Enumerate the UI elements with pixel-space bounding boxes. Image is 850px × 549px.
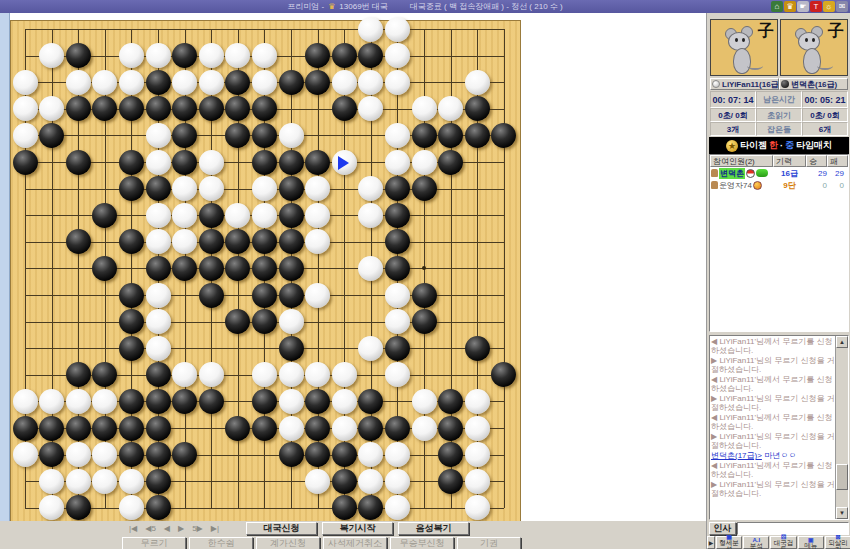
clock-panel: 00: 07: 14 남은시간 00: 05: 21 0초/ 0회 초읽기 0초… (710, 91, 848, 136)
hand-icon[interactable]: ☛ (797, 1, 809, 12)
time-label: 남은시간 (756, 91, 802, 108)
black-stone (412, 309, 437, 334)
white-stone (39, 495, 64, 520)
participant-rank: 16급 (773, 168, 806, 179)
chat-message-undo-reject: ▶ LiYiFan11'님의 무르기 신청을 거절하셨습니다. (711, 394, 835, 412)
participant-list: 참여인원(2) 기력 승 패 변덕촌16급2929운영자749단00 (709, 154, 849, 332)
crown-badge-icon: ♛ (328, 2, 335, 11)
participant-name: 운영자74 (719, 180, 752, 191)
white-stone (465, 495, 490, 520)
white-stone (438, 96, 463, 121)
collapse-handle[interactable]: ▶ (707, 536, 715, 549)
black-stone (279, 336, 304, 361)
white-stone (385, 495, 410, 520)
black-stone (66, 43, 91, 68)
white-stone (385, 362, 410, 387)
chat-message-user: 변덕촌(17급)> 마년ㅇㅇ (711, 451, 835, 460)
white-stone (332, 389, 357, 414)
black-stone (305, 416, 330, 441)
white-stone (92, 442, 117, 467)
black-stone (146, 362, 171, 387)
white-stone (358, 17, 383, 42)
white-stone (358, 469, 383, 494)
white-player-avatar: 子 (710, 19, 778, 76)
black-stone (252, 416, 277, 441)
chat-message-undo-request: ◀ LiYiFan11'님께서 무르기를 신청하셨습니다. (711, 461, 835, 479)
black-stone (252, 309, 277, 334)
black-stone (66, 495, 91, 520)
black-stone (252, 123, 277, 148)
right-panel: 子 子 LiYiFan11(16급) 변덕촌(16급) 00: 07: 14 남… (706, 13, 850, 549)
black-stone (119, 150, 144, 175)
nav-forward5-button[interactable]: 5▶ (191, 524, 204, 533)
mouse-eye-icon (805, 38, 808, 42)
white-stone (13, 70, 38, 95)
white-stone (412, 389, 437, 414)
white-stone (385, 123, 410, 148)
black-stone (225, 309, 250, 334)
chat-input[interactable] (737, 522, 849, 535)
black-stone (199, 256, 224, 281)
chat-scrollbar[interactable]: ▲ ▼ (835, 336, 848, 519)
white-stone (146, 336, 171, 361)
black-byoyomi: 0초/ 0회 (802, 108, 848, 122)
white-stone (199, 43, 224, 68)
black-stone (13, 416, 38, 441)
white-stone (13, 96, 38, 121)
white-stone (92, 389, 117, 414)
participant-name: 변덕촌 (719, 168, 745, 179)
mouse-tail-icon (817, 62, 833, 70)
action-button-음성복기[interactable]: 음성복기 (398, 522, 469, 535)
white-stone (358, 442, 383, 467)
chat-message-undo-reject: ▶ LiYiFan11'님의 무르기 신청을 거절하셨습니다. (711, 480, 835, 498)
white-stone (358, 96, 383, 121)
black-stone (119, 309, 144, 334)
avatar-glyph: 子 (828, 21, 844, 42)
white-stone (412, 96, 437, 121)
nav-back5-button[interactable]: ◀5 (144, 524, 157, 533)
action-button-기권[interactable]: 기권 (457, 537, 521, 549)
left-edge-strip (0, 13, 10, 521)
black-stone (39, 123, 64, 148)
premium-label: 프리미엄 - (287, 1, 324, 12)
black-stone (146, 442, 171, 467)
white-stone (252, 176, 277, 201)
black-stone (199, 203, 224, 228)
black-stone (305, 70, 330, 95)
black-stone (491, 123, 516, 148)
black-stone (279, 229, 304, 254)
toolbar-button-형세분석[interactable]: ▦형세분석 (716, 536, 742, 549)
tygem-t-icon[interactable]: T (810, 1, 822, 12)
white-stone (385, 469, 410, 494)
participant-header: 참여인원(2) 기력 승 패 (710, 155, 848, 167)
black-stone (92, 96, 117, 121)
titlebar-icon-tray: ⌂♛☛T☼✉ (771, 0, 848, 13)
white-stone (199, 176, 224, 201)
participant-row[interactable]: 운영자749단00 (710, 179, 848, 191)
match-banner: ★ 타이젬 한 · 중 타임매치 (709, 137, 849, 154)
white-stone (225, 43, 250, 68)
white-stone (385, 283, 410, 308)
white-stone (385, 442, 410, 467)
white-stone (385, 70, 410, 95)
white-stone (199, 150, 224, 175)
white-stone (358, 336, 383, 361)
black-stone (412, 123, 437, 148)
player-name-bar: LiYiFan11(16급) 변덕촌(16급) (710, 78, 848, 90)
white-stone (465, 442, 490, 467)
black-time: 00: 05: 21 (802, 91, 848, 108)
white-stone (13, 442, 38, 467)
black-stone (225, 123, 250, 148)
black-stone (358, 43, 383, 68)
white-stone (119, 469, 144, 494)
black-player-name: 변덕촌(16급) (779, 78, 848, 90)
black-stone (252, 283, 277, 308)
black-stone (199, 96, 224, 121)
game-status: 대국종료 ( 백 접속장애패 ) - 정선 ( 210 수 ) (410, 1, 563, 12)
chat-message-undo-request: ◀ LiYiFan11'님께서 무르기를 신청하셨습니다. (711, 375, 835, 393)
white-stone (252, 43, 277, 68)
thumb-icon (711, 181, 718, 189)
bottom-control-strip: |◀◀5◀▶5▶▶| 대국신청복기시작음성복기 무르기한수쉼계가신청사석제거취소… (0, 521, 706, 549)
black-stone (13, 150, 38, 175)
black-captures: 6개 (802, 122, 848, 136)
black-stone (225, 229, 250, 254)
black-stone (119, 96, 144, 121)
black-stone (172, 389, 197, 414)
white-stone (412, 150, 437, 175)
black-stone (279, 150, 304, 175)
action-button-사석제거취소[interactable]: 사석제거취소 (323, 537, 387, 549)
white-stone (412, 416, 437, 441)
black-stone (332, 442, 357, 467)
grid-line-v (504, 29, 505, 508)
black-stone (199, 389, 224, 414)
white-stone (66, 442, 91, 467)
nav-first-button[interactable]: |◀ (128, 524, 138, 533)
black-stone (119, 336, 144, 361)
black-stone (66, 229, 91, 254)
black-stone (385, 256, 410, 281)
white-stone (358, 203, 383, 228)
black-stone (146, 416, 171, 441)
white-stone (172, 362, 197, 387)
go-board[interactable] (10, 20, 521, 523)
grid-line-h (25, 348, 504, 349)
action-button-무승부신청[interactable]: 무승부신청 (390, 537, 454, 549)
black-stone (199, 283, 224, 308)
black-stone (225, 416, 250, 441)
white-stone (252, 362, 277, 387)
white-stone (279, 123, 304, 148)
black-stone (146, 469, 171, 494)
white-stone (279, 309, 304, 334)
white-stone (358, 176, 383, 201)
black-stone (92, 416, 117, 441)
white-stone (66, 469, 91, 494)
mouse-eye-icon (812, 38, 815, 42)
mail-icon[interactable]: ✉ (836, 1, 848, 12)
black-stone (332, 469, 357, 494)
white-stone (385, 309, 410, 334)
white-player-name: LiYiFan11(16급) (710, 78, 779, 90)
black-stone (119, 442, 144, 467)
black-stone (279, 256, 304, 281)
white-stone (92, 70, 117, 95)
black-stone (465, 96, 490, 121)
black-stone (438, 389, 463, 414)
action-button-무르기[interactable]: 무르기 (122, 537, 186, 549)
white-stone (119, 495, 144, 520)
black-stone (412, 176, 437, 201)
black-stone (146, 256, 171, 281)
black-stone (491, 362, 516, 387)
action-button-계가신청[interactable]: 계가신청 (256, 537, 320, 549)
white-stone (279, 389, 304, 414)
black-stone (305, 150, 330, 175)
black-stone (172, 96, 197, 121)
scroll-down-icon[interactable]: ▼ (836, 507, 848, 519)
black-stone (39, 442, 64, 467)
white-stone (465, 416, 490, 441)
white-stone (465, 70, 490, 95)
black-stone (438, 150, 463, 175)
black-stone (172, 123, 197, 148)
black-stone (252, 256, 277, 281)
black-stone (305, 442, 330, 467)
star-point (422, 266, 426, 270)
mouse-eye-icon (742, 38, 745, 42)
toolbar-button-분석[interactable]: A.I분석 (743, 536, 769, 549)
grid-line-h (25, 508, 504, 509)
toolbar-button-메뉴[interactable]: ▣메뉴 (798, 536, 824, 549)
chat-message-undo-request: ◀ LiYiFan11'님께서 무르기를 신청하셨습니다. (711, 413, 835, 431)
white-stone (39, 389, 64, 414)
white-stone (119, 43, 144, 68)
white-stone (146, 229, 171, 254)
black-stone (66, 96, 91, 121)
black-stone (358, 389, 383, 414)
black-stone (92, 362, 117, 387)
nav-forward-button[interactable]: ▶ (177, 524, 185, 533)
byoyomi-label: 초읽기 (756, 108, 802, 122)
white-stone (172, 70, 197, 95)
white-stone (305, 283, 330, 308)
black-stone (225, 96, 250, 121)
white-stone (225, 203, 250, 228)
black-stone (438, 416, 463, 441)
white-stone (66, 389, 91, 414)
white-stone (199, 362, 224, 387)
chat-message-undo-reject: ▶ LiYiFan11'님의 무르기 신청을 거절하셨습니다. (711, 432, 835, 450)
nav-back-button[interactable]: ◀ (163, 524, 171, 533)
white-stone (146, 203, 171, 228)
white-stone (332, 362, 357, 387)
black-stone (279, 283, 304, 308)
title-bar: 프리미엄 - ♛ 13069번 대국 대국종료 ( 백 접속장애패 ) - 정선… (0, 0, 850, 13)
black-stone (225, 256, 250, 281)
black-stone (172, 442, 197, 467)
scroll-thumb[interactable] (836, 464, 848, 490)
black-stone (66, 362, 91, 387)
white-stone (92, 469, 117, 494)
white-stone (305, 469, 330, 494)
white-stone (385, 17, 410, 42)
black-stone (92, 256, 117, 281)
nav-last-button[interactable]: ▶| (210, 524, 220, 533)
black-stone (199, 229, 224, 254)
white-stone (465, 389, 490, 414)
white-stone (146, 309, 171, 334)
mouse-body-icon (803, 48, 821, 74)
black-stone (385, 229, 410, 254)
black-stone (252, 96, 277, 121)
white-stone (39, 43, 64, 68)
black-stone (305, 43, 330, 68)
mouse-body-icon (733, 48, 751, 74)
white-stone (358, 70, 383, 95)
participant-losses: 29 (827, 169, 846, 178)
game-number: 13069번 대국 (339, 1, 387, 12)
white-stone (305, 203, 330, 228)
action-buttons-secondary: 무르기한수쉼계가신청사석제거취소무승부신청기권 (122, 537, 521, 549)
black-stone (385, 336, 410, 361)
black-stone (119, 283, 144, 308)
smile-icon (753, 181, 762, 190)
black-stone (146, 176, 171, 201)
white-stone (385, 43, 410, 68)
action-buttons-primary: 대국신청복기시작음성복기 (246, 522, 469, 535)
white-stone (172, 176, 197, 201)
white-stone (465, 469, 490, 494)
white-byoyomi: 0초/ 0회 (710, 108, 756, 122)
black-stone (146, 389, 171, 414)
black-stone (385, 416, 410, 441)
participant-losses: 0 (827, 181, 846, 190)
black-stone (119, 389, 144, 414)
black-stone (92, 203, 117, 228)
captures-label: 잡은돌 (756, 122, 802, 136)
black-stone (412, 283, 437, 308)
pill-icon (756, 169, 768, 177)
black-stone (66, 416, 91, 441)
black-stone (358, 495, 383, 520)
black-stone (39, 416, 64, 441)
chat-message-undo-request: ◀ LiYiFan11'님께서 무르기를 신청하셨습니다. (711, 337, 835, 355)
white-stone (146, 123, 171, 148)
scroll-up-icon[interactable]: ▲ (836, 336, 848, 348)
black-stone (332, 43, 357, 68)
white-stone (39, 96, 64, 121)
action-button-대국신청[interactable]: 대국신청 (246, 522, 317, 535)
white-stone (252, 203, 277, 228)
white-stone (146, 283, 171, 308)
white-stone (305, 176, 330, 201)
white-stone (13, 123, 38, 148)
white-stone (279, 416, 304, 441)
black-player-avatar: 子 (780, 19, 848, 76)
white-stone (39, 469, 64, 494)
black-stone (252, 150, 277, 175)
white-stone (332, 416, 357, 441)
white-stone (172, 203, 197, 228)
black-stone (305, 389, 330, 414)
black-stone (172, 256, 197, 281)
crown-icon[interactable]: ♛ (784, 1, 796, 12)
toolbar-button-대국검토[interactable]: ⚄대국검토 (770, 536, 796, 549)
white-stone (13, 389, 38, 414)
black-stone (332, 96, 357, 121)
black-stone (385, 203, 410, 228)
black-stone (225, 70, 250, 95)
thumb-icon (711, 169, 718, 177)
participant-wins: 0 (806, 181, 827, 190)
white-stone (199, 70, 224, 95)
black-stone (119, 176, 144, 201)
black-stone (465, 123, 490, 148)
white-stone (172, 229, 197, 254)
black-stone (146, 96, 171, 121)
black-stone (358, 416, 383, 441)
black-stone (332, 495, 357, 520)
white-stone (332, 70, 357, 95)
trophy-icon: ★ (726, 140, 738, 152)
black-stone (146, 495, 171, 520)
black-stone (119, 229, 144, 254)
white-stone (305, 229, 330, 254)
black-stone (66, 150, 91, 175)
white-stone (66, 70, 91, 95)
white-stone (252, 70, 277, 95)
white-stone (358, 256, 383, 281)
participant-row[interactable]: 변덕촌16급2929 (710, 167, 848, 179)
white-time: 00: 07: 14 (710, 91, 756, 108)
white-stone (146, 150, 171, 175)
title-text: 프리미엄 - ♛ 13069번 대국 대국종료 ( 백 접속장애패 ) - 정선… (287, 1, 562, 12)
black-stone (279, 70, 304, 95)
action-button-복기시작[interactable]: 복기시작 (322, 522, 393, 535)
black-stone (252, 229, 277, 254)
avatar-glyph: 子 (758, 21, 774, 42)
right-panel-toolbar: ▶ ▦형세분석A.I분석⚄대국검토▣메뉴⊠되살리기 (707, 536, 850, 549)
black-stone (465, 336, 490, 361)
black-stone (438, 123, 463, 148)
black-stone (279, 176, 304, 201)
mouse-tail-icon (747, 62, 763, 70)
black-stone (146, 70, 171, 95)
lamp-icon[interactable]: ☼ (823, 1, 835, 12)
toolbar-button-되살리기[interactable]: ⊠되살리기 (825, 536, 850, 549)
participant-rank: 9단 (773, 180, 806, 191)
white-stone (146, 43, 171, 68)
move-navigation: |◀◀5◀▶5▶▶| (128, 524, 220, 533)
player-avatars: 子 子 (710, 19, 848, 76)
home-icon[interactable]: ⌂ (771, 1, 783, 12)
black-stone (172, 150, 197, 175)
mouse-eye-icon (735, 38, 738, 42)
white-captures: 3개 (710, 122, 756, 136)
black-stone (438, 442, 463, 467)
black-stone-icon (781, 80, 789, 88)
participant-wins: 29 (806, 169, 827, 178)
black-stone (172, 43, 197, 68)
action-button-한수쉼[interactable]: 한수쉼 (189, 537, 253, 549)
black-stone (279, 442, 304, 467)
chat-log[interactable]: ◀ LiYiFan11'님께서 무르기를 신청하셨습니다.▶ LiYiFan11… (709, 335, 849, 520)
